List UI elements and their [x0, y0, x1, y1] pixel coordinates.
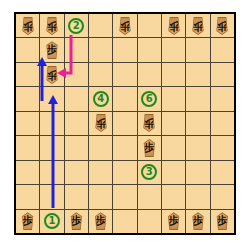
board-cell: [65, 112, 88, 135]
board-cell: [162, 38, 185, 61]
marker-circle-3: 3: [141, 164, 157, 180]
sente-pawn: 歩: [190, 212, 206, 230]
board-cell: [65, 136, 88, 159]
board-cell: 歩: [16, 210, 39, 233]
board-cell: [162, 63, 185, 86]
board-cell: 歩: [89, 112, 112, 135]
board-cell: 歩: [138, 136, 161, 159]
board-cell: 歩: [211, 210, 234, 233]
piece-kanji: 歩: [192, 214, 203, 229]
board-cell: [113, 136, 136, 159]
board-cell: [113, 38, 136, 61]
piece-kanji: 歩: [192, 18, 203, 33]
board-cell: [211, 185, 234, 208]
marker-circle-4: 4: [93, 91, 109, 107]
piece-kanji: 歩: [144, 141, 155, 156]
piece-kanji: 歩: [22, 214, 33, 229]
board-cell: [113, 210, 136, 233]
board-cell: 6: [138, 87, 161, 110]
board-cell: [186, 161, 209, 184]
board-cell: [65, 63, 88, 86]
board-cell: [162, 161, 185, 184]
board-cell: 歩: [211, 14, 234, 37]
gote-pawn: 歩: [44, 17, 60, 35]
board-cell: [65, 185, 88, 208]
board-cell: 歩: [162, 14, 185, 37]
board-cell: [65, 87, 88, 110]
board-cell: 1: [40, 210, 63, 233]
piece-kanji: 歩: [46, 18, 57, 33]
board-cell: [138, 210, 161, 233]
board-cell: [113, 112, 136, 135]
board-cell: [40, 185, 63, 208]
board-cell: [16, 87, 39, 110]
board-cell: 2: [65, 14, 88, 37]
board-cell: [16, 112, 39, 135]
board-cell: 3: [138, 161, 161, 184]
board-cell: [138, 185, 161, 208]
board-cell: [162, 185, 185, 208]
board-cell: [89, 185, 112, 208]
gote-pawn: 歩: [93, 114, 109, 132]
board-cell: [113, 185, 136, 208]
piece-kanji: 歩: [95, 214, 106, 229]
board-cell: [211, 38, 234, 61]
marker-circle-1: 1: [44, 213, 60, 229]
piece-kanji: 歩: [46, 43, 57, 58]
board-cell: [186, 136, 209, 159]
board-cell: [89, 63, 112, 86]
board-cell: [211, 87, 234, 110]
board-cell: 歩: [40, 14, 63, 37]
board-cell: [162, 87, 185, 110]
board-cell: 歩: [65, 210, 88, 233]
sente-pawn: 歩: [214, 212, 230, 230]
piece-kanji: 歩: [168, 214, 179, 229]
board-cell: [65, 161, 88, 184]
marker-circle-2: 2: [68, 18, 84, 34]
board-cell: [113, 63, 136, 86]
board-cell: [40, 136, 63, 159]
piece-kanji: 歩: [46, 67, 57, 82]
board-cell: [186, 38, 209, 61]
marker-circle-6: 6: [141, 91, 157, 107]
board-cell: [16, 63, 39, 86]
board-cell: [186, 63, 209, 86]
board-cell: [16, 161, 39, 184]
board-cell: [162, 112, 185, 135]
board-cell: 歩: [162, 210, 185, 233]
board-cell: [16, 38, 39, 61]
sente-pawn: 歩: [166, 212, 182, 230]
shogi-board: 歩歩2歩歩歩歩歩歩46歩歩歩3歩1歩歩歩歩歩: [14, 12, 236, 235]
board-cell: [162, 136, 185, 159]
sente-pawn: 歩: [68, 212, 84, 230]
board-cell: [89, 38, 112, 61]
board-cell: 歩: [186, 210, 209, 233]
board-cell: [211, 161, 234, 184]
sente-pawn: 歩: [20, 212, 36, 230]
board-cell: [16, 136, 39, 159]
piece-kanji: 歩: [71, 214, 82, 229]
board-cell: [138, 14, 161, 37]
gote-pawn: 歩: [166, 17, 182, 35]
gote-pawn: 歩: [44, 66, 60, 84]
gote-pawn: 歩: [141, 114, 157, 132]
board-cell: [113, 87, 136, 110]
board-cell: [211, 112, 234, 135]
board-cell: [211, 63, 234, 86]
sente-pawn: 歩: [44, 41, 60, 59]
board-cell: [40, 161, 63, 184]
sente-pawn: 歩: [141, 139, 157, 157]
board-cell: 歩: [89, 210, 112, 233]
board-cell: 歩: [186, 14, 209, 37]
gote-pawn: 歩: [117, 17, 133, 35]
board-cell: 歩: [16, 14, 39, 37]
board-cell: [16, 185, 39, 208]
board-cell: [40, 112, 63, 135]
board-cell: [89, 136, 112, 159]
board-cell: [113, 161, 136, 184]
board-cell: [65, 38, 88, 61]
board-cell: [138, 63, 161, 86]
board-cell: [89, 161, 112, 184]
board-cell: 歩: [138, 112, 161, 135]
gote-pawn: 歩: [190, 17, 206, 35]
board-cell: [186, 87, 209, 110]
board-cell: [186, 112, 209, 135]
piece-kanji: 歩: [119, 18, 130, 33]
board-cell: 歩: [40, 63, 63, 86]
board-cell: 4: [89, 87, 112, 110]
board-cell: [211, 136, 234, 159]
shogi-diagram: 歩歩2歩歩歩歩歩歩46歩歩歩3歩1歩歩歩歩歩: [0, 0, 250, 250]
sente-pawn: 歩: [93, 212, 109, 230]
board-cell: [89, 14, 112, 37]
gote-pawn: 歩: [20, 17, 36, 35]
board-cell: [186, 185, 209, 208]
board-cell: [40, 87, 63, 110]
board-cell: 歩: [40, 38, 63, 61]
piece-kanji: 歩: [217, 214, 228, 229]
gote-pawn: 歩: [214, 17, 230, 35]
board-cell: 歩: [113, 14, 136, 37]
board-cell: [138, 38, 161, 61]
